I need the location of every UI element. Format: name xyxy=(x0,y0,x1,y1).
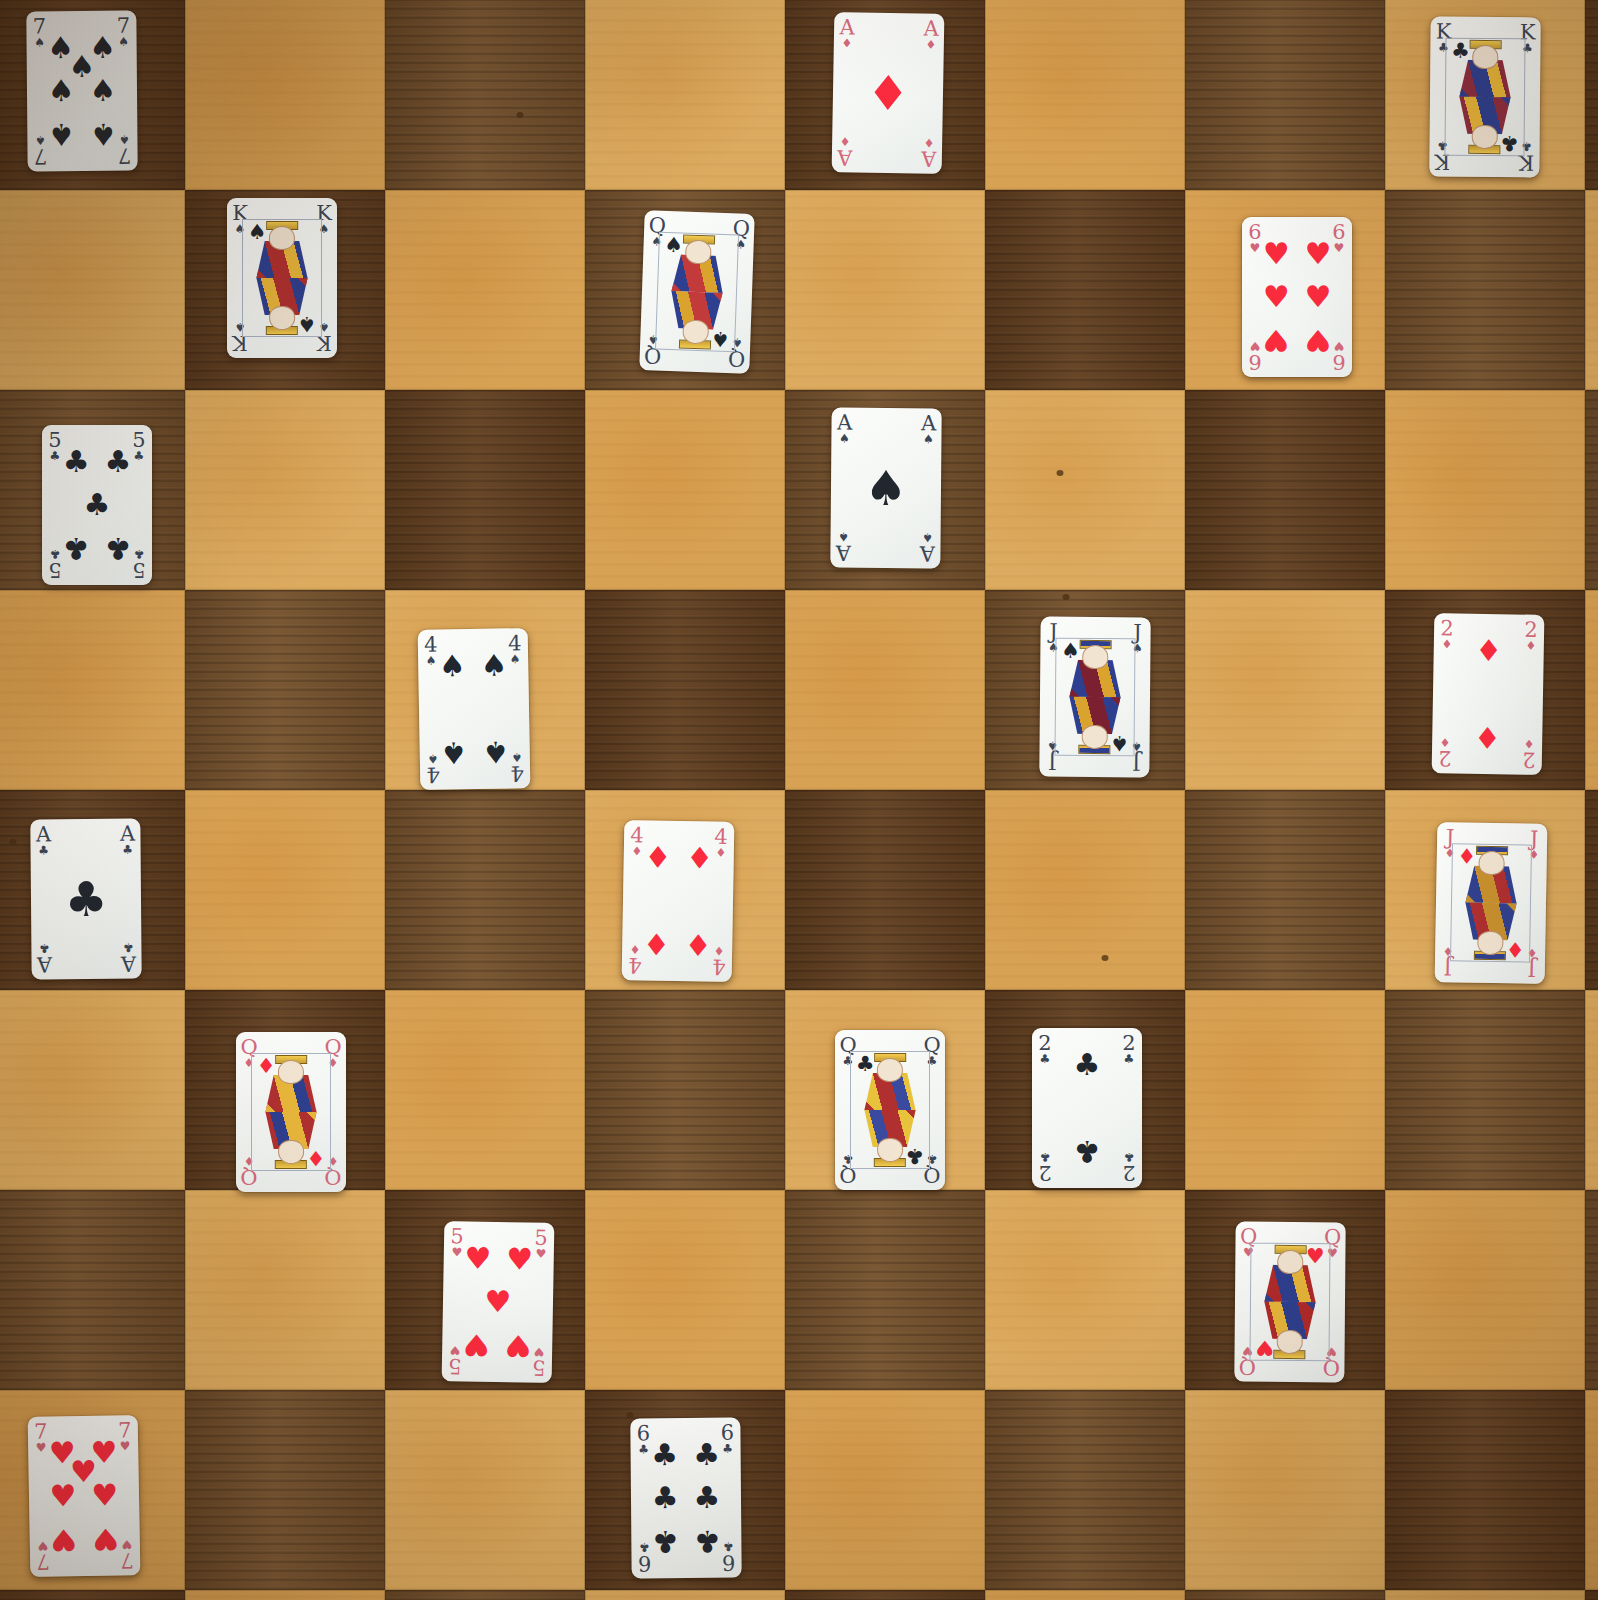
court-face xyxy=(877,1058,903,1081)
board-square-d2[interactable] xyxy=(585,1190,785,1390)
diamonds-pip: ♦ xyxy=(307,1147,326,1168)
card-index-tl: 7♠ xyxy=(30,16,48,48)
court-face xyxy=(1478,851,1505,875)
card-5-of-clubs-on-a6[interactable]: 5♣ 5♣ 5♣ 5♣♣♣♣♣♣ xyxy=(42,425,152,585)
court-robe xyxy=(661,254,734,294)
court-robe xyxy=(1455,865,1527,903)
card-index-bl: Q♣ xyxy=(839,1153,857,1185)
board-square-d8[interactable] xyxy=(585,0,785,190)
board-square-f0[interactable] xyxy=(985,1590,1185,1600)
card-index-br: 4♦ xyxy=(710,945,729,977)
hearts-pip: ♥ xyxy=(92,1524,119,1554)
court-robe xyxy=(255,1075,327,1112)
card-index-tr: A♠ xyxy=(919,413,937,445)
board-square-f8[interactable] xyxy=(985,0,1185,190)
court-face xyxy=(1081,725,1107,749)
board-square-i8[interactable] xyxy=(1585,0,1598,190)
court-robe xyxy=(1254,1265,1326,1303)
spades-pip: ♠ xyxy=(711,327,731,349)
board-square-b1[interactable] xyxy=(185,1390,385,1590)
card-index-br: K♣ xyxy=(1517,140,1535,172)
spades-pip: ♠ xyxy=(89,32,116,62)
board-square-a2[interactable] xyxy=(0,1190,185,1390)
crown-icon xyxy=(266,326,298,334)
board-square-h0[interactable] xyxy=(1385,1590,1585,1600)
spades-pip: ♠ xyxy=(664,235,684,257)
clubs-pip: ♣ xyxy=(104,447,131,477)
card-index-tr: 6♣ xyxy=(718,1423,736,1455)
hearts-pip: ♥ xyxy=(1263,282,1290,312)
hearts-pip: ♥ xyxy=(49,1481,76,1511)
card-index-tl: 6♥ xyxy=(1246,222,1264,254)
card-index-tl: 2♦ xyxy=(1438,618,1457,650)
court-figure-lower: ♠ xyxy=(243,278,321,336)
court-art-frame: ♠ ♠ xyxy=(242,219,322,337)
card-index-bl: 5♣ xyxy=(46,548,64,580)
crown-icon xyxy=(1274,1350,1306,1359)
board-square-i5[interactable] xyxy=(1585,590,1598,790)
card-index-tr: A♣ xyxy=(118,824,136,856)
clubs-pip: ♣ xyxy=(856,1054,875,1075)
board-square-g1[interactable] xyxy=(1185,1390,1385,1590)
card-index-br: 2♣ xyxy=(1120,1151,1138,1183)
court-robe xyxy=(1454,902,1526,940)
card-index-tl: K♣ xyxy=(1434,22,1452,54)
court-figure-upper: ♦ xyxy=(1452,844,1531,903)
court-robe xyxy=(246,278,318,315)
spades-pip: ♠ xyxy=(47,33,74,63)
card-index-br: 5♣ xyxy=(130,548,148,580)
board-square-h1[interactable] xyxy=(1385,1390,1585,1590)
card-index-tl: 2♣ xyxy=(1036,1033,1054,1065)
hearts-pip: ♥ xyxy=(49,1438,76,1468)
card-index-tr: K♠ xyxy=(315,203,333,235)
board-square-e5[interactable] xyxy=(785,590,985,790)
court-robe xyxy=(854,1073,926,1110)
diamonds-pip: ♦ xyxy=(643,929,670,959)
hearts-pip: ♥ xyxy=(1304,282,1331,312)
board-square-i1[interactable] xyxy=(1585,1390,1598,1590)
card-K-of-spades-on-b7[interactable]: K♠ K♠ K♠ K♠ ♠ ♠ xyxy=(227,198,337,358)
hearts-pip: ♥ xyxy=(50,1524,77,1554)
card-index-bl: J♠ xyxy=(1043,740,1061,772)
clubs-pip: ♣ xyxy=(693,1439,720,1469)
board-square-h6[interactable] xyxy=(1385,390,1585,590)
card-index-tr: Q♠ xyxy=(731,218,750,251)
card-index-tr: 7♥ xyxy=(116,1420,135,1452)
card-index-br: 7♥ xyxy=(118,1538,137,1570)
board-square-g0[interactable] xyxy=(1185,1590,1385,1600)
board-square-f7[interactable] xyxy=(985,190,1185,390)
card-A-of-spades-on-e6[interactable]: A♠ A♠ A♠ A♠♠ xyxy=(830,408,941,569)
board-square-c1[interactable] xyxy=(385,1390,585,1590)
court-figure-upper: ♠ xyxy=(243,220,321,278)
card-6-of-clubs-on-d1[interactable]: 6♣ 6♣ 6♣ 6♣♣♣♣♣♣♣ xyxy=(630,1418,741,1579)
wood-knot xyxy=(517,112,524,118)
board-square-g3[interactable] xyxy=(1185,990,1385,1190)
card-2-of-clubs-on-f3[interactable]: 2♣ 2♣ 2♣ 2♣♣♣ xyxy=(1032,1028,1142,1188)
court-robe xyxy=(255,1112,327,1149)
card-index-br: A♦ xyxy=(920,137,939,169)
card-index-br: Q♦ xyxy=(324,1155,342,1187)
hearts-pip: ♥ xyxy=(90,1437,117,1467)
card-index-br: A♠ xyxy=(918,531,936,563)
spades-pip: ♠ xyxy=(864,464,907,512)
crown-icon xyxy=(266,221,298,229)
court-figure-lower: ♥ xyxy=(1250,1302,1329,1361)
spades-pip: ♠ xyxy=(1061,641,1080,662)
card-K-of-clubs-on-h8[interactable]: K♣ K♣ K♣ K♣ ♣ ♣ xyxy=(1429,17,1540,178)
diamonds-pip: ♦ xyxy=(1474,722,1501,752)
wood-knot xyxy=(1063,594,1070,600)
card-index-br: 4♠ xyxy=(508,751,527,783)
clubs-pip: ♣ xyxy=(104,533,131,563)
card-index-tl: 4♠ xyxy=(422,635,441,667)
card-index-br: J♠ xyxy=(1127,740,1145,772)
court-figure-lower: ♦ xyxy=(1451,902,1530,961)
diamonds-pip: ♦ xyxy=(1457,847,1476,868)
court-figure-lower: ♠ xyxy=(656,291,736,352)
hearts-pip: ♥ xyxy=(1263,239,1290,269)
board-square-f4[interactable] xyxy=(985,790,1185,990)
board-square-e1[interactable] xyxy=(785,1390,985,1590)
court-robe xyxy=(246,241,318,278)
court-art-frame: ♣ ♣ xyxy=(1444,38,1525,157)
card-Q-of-clubs-on-e3[interactable]: Q♣ Q♣ Q♣ Q♣ ♣ ♣ xyxy=(835,1030,945,1190)
card-index-tl: 4♦ xyxy=(628,825,647,857)
clubs-pip: ♣ xyxy=(652,1526,679,1556)
card-Q-of-hearts-on-g2[interactable]: Q♥ Q♥ Q♥ Q♥ ♥ ♥ xyxy=(1234,1222,1345,1383)
card-index-tr: 2♦ xyxy=(1522,620,1541,652)
hearts-pip: ♥ xyxy=(91,1480,118,1510)
card-index-tr: J♠ xyxy=(1128,622,1146,654)
card-A-of-diamonds-on-e8[interactable]: A♦ A♦ A♦ A♦♦ xyxy=(832,12,945,174)
card-index-tl: Q♦ xyxy=(240,1037,258,1069)
board-square-c6[interactable] xyxy=(385,390,585,590)
card-index-bl: K♣ xyxy=(1433,140,1451,172)
card-index-tl: 7♥ xyxy=(32,1422,51,1454)
card-index-tl: A♠ xyxy=(835,413,853,445)
board-square-g8[interactable] xyxy=(1185,0,1385,190)
court-face xyxy=(278,1140,304,1163)
board-square-f2[interactable] xyxy=(985,1190,1185,1390)
card-index-br: J♦ xyxy=(1523,947,1542,979)
card-index-bl: A♣ xyxy=(35,942,53,974)
board-square-b6[interactable] xyxy=(185,390,385,590)
board-square-e2[interactable] xyxy=(785,1190,985,1390)
card-index-bl: 6♥ xyxy=(1246,340,1264,372)
card-index-bl: 4♦ xyxy=(626,943,645,975)
crown-icon xyxy=(1469,145,1501,154)
card-index-tl: A♣ xyxy=(34,824,52,856)
spades-pip: ♠ xyxy=(48,119,75,149)
court-art-frame: ♣ ♣ xyxy=(850,1051,930,1169)
diamonds-pip: ♦ xyxy=(686,843,713,873)
card-Q-of-spades-on-d7[interactable]: Q♠ Q♠ Q♠ Q♠ ♠ ♠ xyxy=(639,210,755,374)
card-index-tr: K♣ xyxy=(1518,22,1536,54)
spades-pip: ♠ xyxy=(440,737,467,767)
court-art-frame: ♥ ♥ xyxy=(1249,1243,1330,1362)
crown-icon xyxy=(275,1160,307,1168)
court-robe xyxy=(1449,60,1521,98)
card-7-of-spades-on-a8[interactable]: 7♠ 7♠ 7♠ 7♠♠♠♠♠♠♠♠ xyxy=(26,11,137,172)
spades-pip: ♠ xyxy=(48,76,75,106)
court-face xyxy=(1472,45,1498,69)
board-square-b0[interactable] xyxy=(185,1590,385,1600)
card-index-bl: 7♠ xyxy=(31,134,49,166)
court-figure-upper: ♠ xyxy=(658,233,738,294)
wood-knot xyxy=(10,839,17,845)
card-index-br: Q♣ xyxy=(923,1153,941,1185)
card-index-tr: J♦ xyxy=(1525,829,1544,861)
diamonds-pip: ♦ xyxy=(1506,938,1525,959)
card-index-bl: Q♥ xyxy=(1238,1345,1256,1377)
court-face xyxy=(269,226,295,249)
card-index-br: K♠ xyxy=(315,321,333,353)
card-J-of-diamonds-on-h4[interactable]: J♦ J♦ J♦ J♦ ♦ ♦ xyxy=(1435,822,1548,984)
diamonds-pip: ♦ xyxy=(644,842,671,872)
card-index-bl: A♠ xyxy=(834,531,852,563)
wood-knot xyxy=(627,1412,634,1418)
diamonds-pip: ♦ xyxy=(866,69,910,118)
board-square-f1[interactable] xyxy=(985,1390,1185,1590)
board-square-i4[interactable] xyxy=(1585,790,1598,990)
card-index-br: 2♦ xyxy=(1520,738,1539,770)
card-index-br: A♣ xyxy=(119,942,137,974)
spades-pip: ♠ xyxy=(480,650,507,680)
board-square-c3[interactable] xyxy=(385,990,585,1190)
hearts-pip: ♥ xyxy=(504,1330,531,1360)
court-figure-lower: ♠ xyxy=(1055,697,1134,756)
board-square-b2[interactable] xyxy=(185,1190,385,1390)
card-index-tl: 6♣ xyxy=(634,1423,652,1455)
card-index-tl: J♠ xyxy=(1044,622,1062,654)
board-square-d6[interactable] xyxy=(585,390,785,590)
spades-pip: ♠ xyxy=(482,737,509,767)
spades-pip: ♠ xyxy=(89,76,116,106)
card-2-of-diamonds-on-h5[interactable]: 2♦ 2♦ 2♦ 2♦♦♦ xyxy=(1432,613,1545,775)
card-index-tr: 6♥ xyxy=(1330,222,1348,254)
card-index-tr: 4♠ xyxy=(506,633,525,665)
spades-pip: ♠ xyxy=(298,313,317,334)
card-7-of-hearts-on-a1[interactable]: 7♥ 7♥ 7♥ 7♥♥♥♥♥♥♥♥ xyxy=(28,1415,141,1577)
hearts-pip: ♥ xyxy=(70,1457,97,1487)
card-index-tr: Q♣ xyxy=(923,1035,941,1067)
card-Q-of-diamonds-on-b3[interactable]: Q♦ Q♦ Q♦ Q♦ ♦ ♦ xyxy=(236,1032,346,1192)
court-robe xyxy=(1059,697,1131,735)
clubs-pip: ♣ xyxy=(1074,1050,1101,1080)
crown-icon xyxy=(683,235,715,244)
card-index-tl: A♦ xyxy=(838,17,857,49)
court-art-frame: ♦ ♦ xyxy=(251,1053,331,1171)
court-face xyxy=(278,1060,304,1083)
court-art-frame: ♦ ♦ xyxy=(1450,843,1532,962)
court-robe xyxy=(660,291,733,331)
board-square-g5[interactable] xyxy=(1185,590,1385,790)
hearts-pip: ♥ xyxy=(1304,239,1331,269)
clubs-pip: ♣ xyxy=(694,1526,721,1556)
court-figure-upper: ♠ xyxy=(1056,639,1135,698)
card-4-of-diamonds-on-d4[interactable]: 4♦ 4♦ 4♦ 4♦♦♦♦♦ xyxy=(622,820,735,982)
wood-knot xyxy=(1057,470,1064,476)
board-square-i7[interactable] xyxy=(1585,190,1598,390)
court-figure-upper: ♥ xyxy=(1251,1244,1330,1303)
crown-icon xyxy=(275,1055,307,1063)
card-index-tl: Q♣ xyxy=(839,1035,857,1067)
crown-icon xyxy=(874,1158,906,1166)
card-index-br: Q♥ xyxy=(1322,1345,1340,1377)
clubs-pip: ♣ xyxy=(652,1483,679,1513)
hearts-pip: ♥ xyxy=(463,1330,490,1360)
card-index-br: 7♠ xyxy=(115,134,133,166)
board-square-i6[interactable] xyxy=(1585,390,1598,590)
court-face xyxy=(1276,1330,1302,1354)
card-index-bl: 7♥ xyxy=(34,1540,53,1572)
board-square-a7[interactable] xyxy=(0,190,185,390)
board-square-i0[interactable] xyxy=(1585,1590,1598,1600)
card-index-bl: 6♣ xyxy=(635,1541,653,1573)
board-square-g6[interactable] xyxy=(1185,390,1385,590)
card-index-bl: 2♣ xyxy=(1036,1151,1054,1183)
board-square-d0[interactable] xyxy=(585,1590,785,1600)
crown-icon xyxy=(679,340,711,349)
card-index-br: 6♥ xyxy=(1330,340,1348,372)
court-robe xyxy=(854,1110,926,1147)
board-square-c0[interactable] xyxy=(385,1590,585,1600)
clubs-pip: ♣ xyxy=(63,533,90,563)
spades-pip: ♠ xyxy=(439,651,466,681)
court-robe xyxy=(1449,97,1521,135)
card-index-bl: 2♦ xyxy=(1436,736,1455,768)
card-index-tl: 5♣ xyxy=(46,430,64,462)
court-face xyxy=(682,320,709,344)
clubs-pip: ♣ xyxy=(1500,132,1519,153)
board-square-i3[interactable] xyxy=(1585,990,1598,1190)
hearts-pip: ♥ xyxy=(1263,325,1290,355)
card-6-of-hearts-on-g7[interactable]: 6♥ 6♥ 6♥ 6♥♥♥♥♥♥♥ xyxy=(1242,217,1352,377)
card-index-br: 6♣ xyxy=(719,1541,737,1573)
card-index-bl: Q♠ xyxy=(643,333,662,366)
card-5-of-hearts-on-c2[interactable]: 5♥ 5♥ 5♥ 5♥♥♥♥♥♥ xyxy=(442,1221,555,1383)
card-4-of-spades-on-c5[interactable]: 4♠ 4♠ 4♠ 4♠♠♠♠♠ xyxy=(418,628,531,790)
card-index-bl: K♠ xyxy=(231,321,249,353)
court-figure-lower: ♣ xyxy=(1445,97,1524,156)
board-square-h7[interactable] xyxy=(1385,190,1585,390)
board-square-g4[interactable] xyxy=(1185,790,1385,990)
clubs-pip: ♣ xyxy=(906,1145,925,1166)
board-square-d3[interactable] xyxy=(585,990,785,1190)
card-index-tl: Q♠ xyxy=(648,215,667,248)
board-square-b8[interactable] xyxy=(185,0,385,190)
court-figure-upper: ♣ xyxy=(851,1052,929,1110)
card-A-of-clubs-on-a4[interactable]: A♣ A♣ A♣ A♣♣ xyxy=(30,819,141,980)
spades-pip: ♠ xyxy=(68,52,95,82)
card-index-br: 5♥ xyxy=(530,1346,549,1378)
card-index-tr: 7♠ xyxy=(114,16,132,48)
card-index-br: Q♠ xyxy=(727,336,746,369)
clubs-pip: ♣ xyxy=(63,447,90,477)
board-square-e7[interactable] xyxy=(785,190,985,390)
crown-icon xyxy=(874,1053,906,1061)
card-index-bl: J♦ xyxy=(1439,945,1458,977)
court-face xyxy=(269,306,295,329)
card-index-tr: A♦ xyxy=(922,19,941,51)
hearts-pip: ♥ xyxy=(484,1287,511,1317)
clubs-pip: ♣ xyxy=(693,1483,720,1513)
card-index-tl: Q♥ xyxy=(1239,1227,1257,1259)
board-square-e4[interactable] xyxy=(785,790,985,990)
court-figure-lower: ♣ xyxy=(851,1110,929,1168)
hearts-pip: ♥ xyxy=(1304,325,1331,355)
hearts-pip: ♥ xyxy=(1255,1336,1274,1357)
board-square-a5[interactable] xyxy=(0,590,185,790)
court-art-frame: ♠ ♠ xyxy=(655,232,739,353)
card-index-bl: 5♥ xyxy=(446,1344,465,1376)
card-index-tl: 5♥ xyxy=(448,1226,467,1258)
spades-pip: ♠ xyxy=(1110,732,1129,753)
cap-icon xyxy=(1080,640,1112,649)
court-robe xyxy=(1254,1302,1326,1340)
board-square-e0[interactable] xyxy=(785,1590,985,1600)
card-index-tr: Q♦ xyxy=(324,1037,342,1069)
board-square-h2[interactable] xyxy=(1385,1190,1585,1390)
diamonds-pip: ♦ xyxy=(684,929,711,959)
spades-pip: ♠ xyxy=(248,222,267,243)
card-index-bl: 4♠ xyxy=(424,753,443,785)
card-index-tr: Q♥ xyxy=(1323,1227,1341,1259)
board-square-c7[interactable] xyxy=(385,190,585,390)
hearts-pip: ♥ xyxy=(1306,1246,1325,1267)
diamonds-pip: ♦ xyxy=(1475,636,1502,666)
chessboard-photo: 7♠ 7♠ 7♠ 7♠♠♠♠♠♠♠♠ A♦ A♦ A♦ A♦♦ K♣ K♣ K♣… xyxy=(0,0,1598,1600)
board-square-b4[interactable] xyxy=(185,790,385,990)
card-index-tl: J♦ xyxy=(1441,827,1460,859)
card-index-bl: A♦ xyxy=(836,135,855,167)
hearts-pip: ♥ xyxy=(464,1243,491,1273)
clubs-pip: ♣ xyxy=(1451,41,1470,62)
board-square-a0[interactable] xyxy=(0,1590,185,1600)
board-square-a3[interactable] xyxy=(0,990,185,1190)
diamonds-pip: ♦ xyxy=(257,1056,276,1077)
board-square-f6[interactable] xyxy=(985,390,1185,590)
card-J-of-spades-on-f5[interactable]: J♠ J♠ J♠ J♠ ♠ ♠ xyxy=(1039,617,1150,778)
clubs-pip: ♣ xyxy=(651,1440,678,1470)
board-square-i2[interactable] xyxy=(1585,1190,1598,1390)
court-robe xyxy=(1059,660,1131,698)
crown-icon xyxy=(1275,1245,1307,1254)
card-index-tr: 4♦ xyxy=(712,827,731,859)
wood-knot xyxy=(1102,955,1109,961)
cap-icon xyxy=(1474,951,1506,960)
card-index-bl: Q♦ xyxy=(240,1155,258,1187)
clubs-pip: ♣ xyxy=(1074,1136,1101,1166)
clubs-pip: ♣ xyxy=(64,875,107,923)
board-square-h3[interactable] xyxy=(1385,990,1585,1190)
court-face xyxy=(685,240,712,264)
court-art-frame: ♠ ♠ xyxy=(1054,638,1135,757)
court-face xyxy=(1277,1250,1303,1274)
cap-icon xyxy=(1476,846,1508,855)
card-index-tr: 2♣ xyxy=(1120,1033,1138,1065)
court-face xyxy=(1471,125,1497,149)
court-face xyxy=(877,1138,903,1161)
court-figure-upper: ♦ xyxy=(252,1054,330,1112)
board-square-d5[interactable] xyxy=(585,590,785,790)
board-square-c4[interactable] xyxy=(385,790,585,990)
board-square-c8[interactable] xyxy=(385,0,585,190)
board-square-b5[interactable] xyxy=(185,590,385,790)
spades-pip: ♠ xyxy=(90,119,117,149)
